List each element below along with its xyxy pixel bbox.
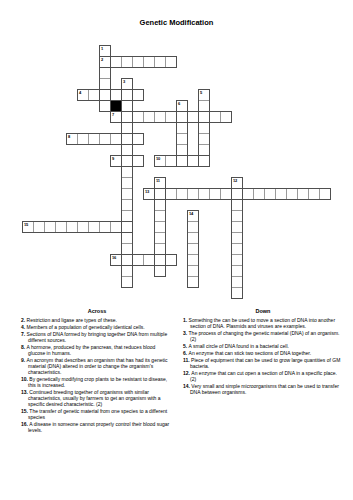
clue-text: A small circle of DNA found in a bacteri… xyxy=(189,343,289,349)
clue-item: 15. The transfer of genetic material fro… xyxy=(21,408,173,420)
cell-number: 5 xyxy=(200,90,202,95)
crossword-worksheet: Genetic Modification 1234567891011121314… xyxy=(0,0,353,500)
cell-number: 8 xyxy=(68,134,70,139)
clue-item: 4. Members of a population of geneticall… xyxy=(21,324,173,330)
clue-item: 14. Very small and simple microorganisms… xyxy=(183,383,343,395)
crossword-cell[interactable] xyxy=(187,276,199,288)
clue-text: A disease in someone cannot properly con… xyxy=(28,421,169,433)
clue-item: 9. An acronym that describes an organism… xyxy=(21,357,173,375)
clue-item: 6. An enzyme that can stick two sections… xyxy=(183,350,343,356)
crossword-cell[interactable] xyxy=(198,155,210,167)
clue-text: Restriction and ligase are types of thes… xyxy=(27,317,117,323)
crossword-cell[interactable] xyxy=(165,56,177,68)
cell-number: 7 xyxy=(112,112,114,117)
crossword-cell[interactable] xyxy=(132,155,144,167)
clue-text: Continued breeding together of organisms… xyxy=(28,389,161,407)
clue-text: Very small and simple microorganisms tha… xyxy=(190,383,339,395)
cell-number: 16 xyxy=(112,255,116,260)
clues-across-list: 2. Restriction and ligase are types of t… xyxy=(21,317,173,433)
crossword-cell[interactable] xyxy=(319,188,331,200)
crossword-cell[interactable] xyxy=(154,265,166,277)
clue-item: 5. A small circle of DNA found in a bact… xyxy=(183,343,343,349)
clue-item: 2. Restriction and ligase are types of t… xyxy=(21,317,173,323)
clue-item: 7. Sections of DNA formed by bringing to… xyxy=(21,331,173,343)
clue-text: An enzyme that can cut open a section of… xyxy=(190,370,337,382)
clue-text: Members of a population of genetically i… xyxy=(27,324,145,330)
clue-text: An acronym that describes an organism th… xyxy=(27,357,168,375)
crossword-cell[interactable] xyxy=(121,276,133,288)
clues-down-list: 1. Something the can be used to move a s… xyxy=(183,317,343,395)
clue-text: Sections of DNA formed by bringing toget… xyxy=(27,331,168,343)
crossword-cell[interactable] xyxy=(220,111,232,123)
cell-number: 9 xyxy=(112,156,114,161)
cell-number: 11 xyxy=(156,178,160,183)
clues-down-header: Down xyxy=(183,308,343,314)
clue-item: 3. The process of changing the genetic m… xyxy=(183,330,343,342)
cell-number: 15 xyxy=(24,222,28,227)
clue-text: Piece of equipment that can be used to g… xyxy=(190,357,340,369)
cell-number: 4 xyxy=(79,90,81,95)
clues-across-column: Across 2. Restriction and ligase are typ… xyxy=(21,308,173,434)
crossword-cell[interactable] xyxy=(132,133,144,145)
clue-text: The transfer of genetic material from on… xyxy=(28,408,167,420)
clue-item: 10. By genetically modifying crop plants… xyxy=(21,376,173,388)
cell-number: 3 xyxy=(123,79,125,84)
clue-text: Something the can be used to move a sect… xyxy=(189,317,335,329)
clue-text: An enzyme that can stick two sections of… xyxy=(189,350,312,356)
clue-item: 12. An enzyme that can cut open a sectio… xyxy=(183,370,343,382)
cell-number: 6 xyxy=(178,101,180,106)
crossword-cell[interactable] xyxy=(231,287,243,299)
cell-number: 13 xyxy=(145,189,149,194)
crossword-cell[interactable] xyxy=(132,89,144,101)
clue-item: 16. A disease in someone cannot properly… xyxy=(21,421,173,433)
crossword-board: 12345678910111213141516 xyxy=(0,0,353,305)
clue-text: By genetically modifying crop plants to … xyxy=(28,376,167,388)
clue-item: 1. Something the can be used to move a s… xyxy=(183,317,343,329)
cell-number: 10 xyxy=(156,156,160,161)
cell-number: 14 xyxy=(189,211,193,216)
cell-number: 1 xyxy=(101,46,103,51)
cell-number: 12 xyxy=(233,178,237,183)
clues-section: Across 2. Restriction and ligase are typ… xyxy=(0,308,353,434)
clue-text: The process of changing the genetic mate… xyxy=(189,330,340,342)
clue-item: 11. Piece of equipment that can be used … xyxy=(183,357,343,369)
cell-number: 2 xyxy=(101,57,103,62)
clues-down-column: Down 1. Something the can be used to mov… xyxy=(183,308,343,434)
clues-across-header: Across xyxy=(21,308,173,314)
crossword-cell[interactable] xyxy=(165,254,177,266)
clue-item: 13. Continued breeding together of organ… xyxy=(21,389,173,407)
clue-item: 8. A hormone, produced by the pancreas, … xyxy=(21,344,173,356)
clue-text: A hormone, produced by the pancreas, tha… xyxy=(27,344,156,356)
